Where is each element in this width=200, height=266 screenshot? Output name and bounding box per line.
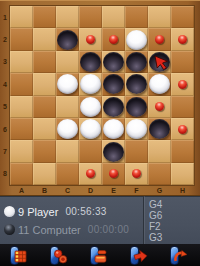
square-D7[interactable]: [79, 140, 102, 162]
toolbar: [0, 244, 200, 266]
row-label-5: 5: [0, 96, 10, 118]
move-arrow-icon: [131, 247, 150, 266]
red-marker-D8: [86, 169, 95, 178]
square-C3[interactable]: [56, 51, 79, 73]
square-B2[interactable]: [33, 28, 56, 50]
square-F8[interactable]: [125, 163, 148, 185]
square-G8[interactable]: [148, 163, 171, 185]
red-marker-G5: [155, 102, 164, 111]
col-label-B: B: [33, 185, 56, 196]
square-C4[interactable]: [56, 73, 79, 95]
square-B7[interactable]: [33, 140, 56, 162]
square-G7[interactable]: [148, 140, 171, 162]
square-A4[interactable]: [10, 73, 33, 95]
square-E2[interactable]: [102, 28, 125, 50]
black-piece-G6[interactable]: [149, 119, 170, 139]
black-piece-E3[interactable]: [103, 52, 124, 72]
white-piece-G4[interactable]: [149, 74, 170, 94]
square-C7[interactable]: [56, 140, 79, 162]
square-E5[interactable]: [102, 96, 125, 118]
white-piece-F6[interactable]: [126, 119, 147, 139]
black-player-clock: 00:00:00: [88, 224, 129, 235]
square-G6[interactable]: [148, 118, 171, 140]
white-piece-icon: [4, 206, 15, 217]
checkers-app: 12345678 ABCDEFGH 9 Player 00:56:33 11 C…: [0, 0, 200, 266]
move-item: G3: [149, 232, 162, 243]
square-A1[interactable]: [10, 6, 33, 28]
square-F1[interactable]: [125, 6, 148, 28]
col-label-E: E: [102, 185, 125, 196]
square-G4[interactable]: [148, 73, 171, 95]
square-E8[interactable]: [102, 163, 125, 185]
square-H3[interactable]: [171, 51, 194, 73]
square-F4[interactable]: [125, 73, 148, 95]
col-label-A: A: [10, 185, 33, 196]
black-piece-F5[interactable]: [126, 97, 147, 117]
red-marker-E8: [109, 169, 118, 178]
move-item: G4: [149, 199, 162, 210]
black-piece-E4[interactable]: [103, 74, 124, 94]
undo-arrow-icon: [171, 247, 190, 266]
black-piece-E7[interactable]: [103, 142, 124, 162]
black-piece-F4[interactable]: [126, 74, 147, 94]
square-G3[interactable]: [148, 51, 171, 73]
checkers-board: 12345678 ABCDEFGH: [0, 0, 200, 196]
white-piece-D4[interactable]: [80, 74, 101, 94]
black-piece-F3[interactable]: [126, 52, 147, 72]
white-piece-E6[interactable]: [103, 119, 124, 139]
square-D8[interactable]: [79, 163, 102, 185]
square-C6[interactable]: [56, 118, 79, 140]
red-marker-G2: [155, 35, 164, 44]
panel-divider: [143, 196, 144, 244]
black-player-label: 11 Computer: [18, 224, 81, 236]
square-H1[interactable]: [171, 6, 194, 28]
save-button[interactable]: [90, 246, 99, 265]
square-C2[interactable]: [56, 28, 79, 50]
square-D3[interactable]: [79, 51, 102, 73]
square-E3[interactable]: [102, 51, 125, 73]
player-row-black: 11 Computer 00:00:00: [4, 223, 129, 236]
square-H5[interactable]: [171, 96, 194, 118]
square-B8[interactable]: [33, 163, 56, 185]
white-player-label: 9 Player: [18, 206, 58, 218]
square-B4[interactable]: [33, 73, 56, 95]
col-label-G: G: [148, 185, 171, 196]
square-D6[interactable]: [79, 118, 102, 140]
board-grid-icon: [11, 247, 30, 266]
square-F2[interactable]: [125, 28, 148, 50]
new-game-button[interactable]: [10, 246, 19, 265]
square-E7[interactable]: [102, 140, 125, 162]
black-piece-D3[interactable]: [80, 52, 101, 72]
square-E1[interactable]: [102, 6, 125, 28]
square-F5[interactable]: [125, 96, 148, 118]
red-marker-H4: [178, 80, 187, 89]
red-marker-H6: [178, 125, 187, 134]
square-E6[interactable]: [102, 118, 125, 140]
move-list: G4G6F2G3: [149, 199, 162, 243]
square-A5[interactable]: [10, 96, 33, 118]
square-E4[interactable]: [102, 73, 125, 95]
square-G5[interactable]: [148, 96, 171, 118]
row-label-2: 2: [0, 28, 10, 50]
hint-move-button[interactable]: [130, 246, 139, 265]
square-D2[interactable]: [79, 28, 102, 50]
col-label-D: D: [79, 185, 102, 196]
red-marker-E2: [109, 35, 118, 44]
square-D5[interactable]: [79, 96, 102, 118]
row-label-6: 6: [0, 118, 10, 140]
white-piece-C4[interactable]: [57, 74, 78, 94]
red-marker-D2: [86, 35, 95, 44]
row-label-3: 3: [0, 51, 10, 73]
red-marker-F8: [132, 169, 141, 178]
player-row-white: 9 Player 00:56:33: [4, 205, 107, 218]
white-player-clock: 00:56:33: [65, 206, 106, 217]
move-item: G6: [149, 210, 162, 221]
black-piece-icon: [4, 224, 15, 235]
white-piece-F2[interactable]: [126, 30, 147, 50]
square-B3[interactable]: [33, 51, 56, 73]
row-label-8: 8: [0, 163, 10, 185]
square-F6[interactable]: [125, 118, 148, 140]
square-D1[interactable]: [79, 6, 102, 28]
col-label-C: C: [56, 185, 79, 196]
square-H4[interactable]: [171, 73, 194, 95]
square-H7[interactable]: [171, 140, 194, 162]
white-piece-D6[interactable]: [80, 119, 101, 139]
undo-button[interactable]: [170, 246, 179, 265]
square-F7[interactable]: [125, 140, 148, 162]
row-label-7: 7: [0, 140, 10, 162]
black-piece-G3[interactable]: [149, 52, 170, 72]
square-B6[interactable]: [33, 118, 56, 140]
square-B1[interactable]: [33, 6, 56, 28]
column-labels: ABCDEFGH: [10, 185, 194, 196]
board-grid: [10, 6, 194, 185]
col-label-F: F: [125, 185, 148, 196]
black-piece-E5[interactable]: [103, 97, 124, 117]
red-marker-H2: [178, 35, 187, 44]
square-H8[interactable]: [171, 163, 194, 185]
white-piece-C6[interactable]: [57, 119, 78, 139]
square-G1[interactable]: [148, 6, 171, 28]
checker-balls-icon: [51, 247, 70, 266]
square-H2[interactable]: [171, 28, 194, 50]
pieces-settings-button[interactable]: [50, 246, 59, 265]
square-A2[interactable]: [10, 28, 33, 50]
square-C8[interactable]: [56, 163, 79, 185]
square-A6[interactable]: [10, 118, 33, 140]
square-B5[interactable]: [33, 96, 56, 118]
col-label-H: H: [171, 185, 194, 196]
square-C5[interactable]: [56, 96, 79, 118]
white-piece-D5[interactable]: [80, 97, 101, 117]
row-label-4: 4: [0, 73, 10, 95]
square-G2[interactable]: [148, 28, 171, 50]
black-piece-C2[interactable]: [57, 30, 78, 50]
row-label-1: 1: [0, 6, 10, 28]
save-stack-icon: [91, 247, 110, 266]
square-D4[interactable]: [79, 73, 102, 95]
square-A8[interactable]: [10, 163, 33, 185]
square-C1[interactable]: [56, 6, 79, 28]
square-H6[interactable]: [171, 118, 194, 140]
square-A7[interactable]: [10, 140, 33, 162]
square-F3[interactable]: [125, 51, 148, 73]
square-A3[interactable]: [10, 51, 33, 73]
move-item: F2: [149, 221, 162, 232]
status-panel: 9 Player 00:56:33 11 Computer 00:00:00 G…: [0, 196, 200, 244]
